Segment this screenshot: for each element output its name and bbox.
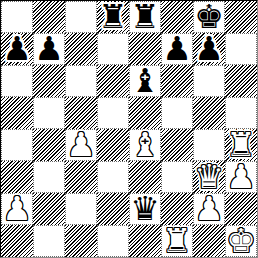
black-rook-e8[interactable]: ♜ (130, 1, 160, 33)
square-c3[interactable] (65, 161, 97, 193)
square-b6[interactable] (33, 65, 65, 97)
white-pawn-a2[interactable]: ♟ (2, 193, 32, 225)
square-a1[interactable] (1, 225, 33, 257)
square-e6[interactable]: ♝ (129, 65, 161, 97)
square-a5[interactable] (1, 97, 33, 129)
square-f6[interactable] (161, 65, 193, 97)
square-g1[interactable] (193, 225, 225, 257)
black-bishop-e6[interactable]: ♝ (130, 65, 160, 97)
square-c4[interactable]: ♟ (65, 129, 97, 161)
square-e1[interactable] (129, 225, 161, 257)
white-pawn-h3[interactable]: ♟ (226, 161, 256, 193)
square-c2[interactable] (65, 193, 97, 225)
square-d7[interactable] (97, 33, 129, 65)
square-f1[interactable]: ♜ (161, 225, 193, 257)
square-a2[interactable]: ♟ (1, 193, 33, 225)
square-b1[interactable] (33, 225, 65, 257)
square-g7[interactable]: ♟ (193, 33, 225, 65)
square-f3[interactable] (161, 161, 193, 193)
square-f5[interactable] (161, 97, 193, 129)
square-d2[interactable] (97, 193, 129, 225)
square-d6[interactable] (97, 65, 129, 97)
square-d8[interactable]: ♜ (97, 1, 129, 33)
square-c8[interactable] (65, 1, 97, 33)
chess-diagram: ♜♜♚♟♟♟♟♝♟♝♜♛♟♟♛♟♜♚ (0, 0, 258, 258)
square-f7[interactable]: ♟ (161, 33, 193, 65)
square-h1[interactable]: ♚ (225, 225, 257, 257)
chess-board: ♜♜♚♟♟♟♟♝♟♝♜♛♟♟♛♟♜♚ (1, 1, 257, 257)
white-king-h1[interactable]: ♚ (226, 225, 256, 257)
black-pawn-a7[interactable]: ♟ (2, 33, 32, 65)
square-g6[interactable] (193, 65, 225, 97)
square-d5[interactable] (97, 97, 129, 129)
square-d4[interactable] (97, 129, 129, 161)
square-a7[interactable]: ♟ (1, 33, 33, 65)
square-b2[interactable] (33, 193, 65, 225)
square-c6[interactable] (65, 65, 97, 97)
square-d1[interactable] (97, 225, 129, 257)
square-a6[interactable] (1, 65, 33, 97)
square-h7[interactable] (225, 33, 257, 65)
square-c7[interactable] (65, 33, 97, 65)
square-b3[interactable] (33, 161, 65, 193)
white-bishop-e4[interactable]: ♝ (130, 129, 160, 161)
square-g5[interactable] (193, 97, 225, 129)
square-c1[interactable] (65, 225, 97, 257)
black-pawn-f7[interactable]: ♟ (162, 33, 192, 65)
square-e4[interactable]: ♝ (129, 129, 161, 161)
white-pawn-g2[interactable]: ♟ (194, 193, 224, 225)
black-pawn-b7[interactable]: ♟ (34, 33, 64, 65)
square-h6[interactable] (225, 65, 257, 97)
white-rook-f1[interactable]: ♜ (162, 225, 192, 257)
square-h3[interactable]: ♟ (225, 161, 257, 193)
square-d3[interactable] (97, 161, 129, 193)
square-b7[interactable]: ♟ (33, 33, 65, 65)
square-b5[interactable] (33, 97, 65, 129)
square-h8[interactable] (225, 1, 257, 33)
square-e8[interactable]: ♜ (129, 1, 161, 33)
square-b4[interactable] (33, 129, 65, 161)
square-f4[interactable] (161, 129, 193, 161)
black-queen-e2[interactable]: ♛ (130, 193, 160, 225)
black-pawn-g7[interactable]: ♟ (194, 33, 224, 65)
square-a4[interactable] (1, 129, 33, 161)
square-g2[interactable]: ♟ (193, 193, 225, 225)
square-e2[interactable]: ♛ (129, 193, 161, 225)
white-pawn-c4[interactable]: ♟ (66, 129, 96, 161)
black-rook-d8[interactable]: ♜ (98, 1, 128, 33)
